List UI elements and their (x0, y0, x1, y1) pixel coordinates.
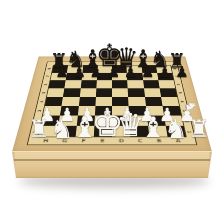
square-c2 (129, 116, 147, 126)
square-c8 (127, 65, 142, 72)
box-lid-seam (14, 159, 210, 161)
product-photo: HGFEDCBA 87654321 87654321 ♜♞♝♚♛♝♞♜♟♟♟♟♟… (0, 0, 224, 224)
square-c7 (127, 73, 143, 81)
square-b6 (143, 80, 160, 88)
file-label: B (150, 139, 170, 144)
square-f1 (75, 126, 94, 137)
rank-label: 8 (168, 67, 181, 71)
square-e5 (96, 88, 112, 97)
rank-label: 6 (38, 82, 52, 86)
square-b7 (142, 73, 158, 81)
file-label: G (55, 139, 75, 144)
rank-label: 7 (41, 74, 55, 78)
square-d7 (112, 73, 127, 81)
square-e6 (96, 80, 112, 88)
square-e3 (95, 106, 112, 116)
square-e2 (94, 116, 112, 126)
file-label: H (36, 139, 56, 144)
square-g5 (63, 88, 80, 97)
square-e1 (94, 126, 112, 137)
file-label: E (93, 139, 112, 144)
rank-label: 3 (32, 109, 47, 114)
square-e8 (97, 65, 112, 72)
square-f6 (80, 80, 96, 88)
square-g6 (65, 80, 82, 88)
square-e7 (97, 73, 112, 81)
square-g7 (66, 73, 82, 81)
rank-label: 5 (36, 90, 51, 94)
box-front (12, 151, 212, 178)
square-d4 (112, 97, 129, 106)
square-c3 (129, 106, 147, 116)
square-b1 (148, 126, 168, 137)
square-g4 (62, 97, 80, 106)
file-label: F (74, 139, 93, 144)
file-label: C (131, 139, 150, 144)
square-b3 (146, 106, 164, 116)
square-b2 (147, 116, 166, 126)
chessboard-grid (37, 65, 187, 137)
rank-label: 1 (181, 129, 198, 134)
rank-label: 8 (42, 67, 55, 71)
square-f5 (79, 88, 96, 97)
rank-label: 6 (171, 82, 185, 86)
square-g3 (60, 106, 78, 116)
square-f7 (81, 73, 97, 81)
square-f3 (77, 106, 95, 116)
rank-label: 3 (177, 109, 192, 114)
rank-label: 7 (170, 74, 184, 78)
square-d5 (112, 88, 128, 97)
square-d6 (112, 80, 128, 88)
square-c4 (128, 97, 145, 106)
square-b5 (144, 88, 161, 97)
file-label: D (112, 139, 131, 144)
square-b4 (145, 97, 163, 106)
square-d3 (112, 106, 129, 116)
rank-label: 2 (29, 118, 45, 123)
square-d2 (112, 116, 130, 126)
file-label: A (168, 139, 188, 144)
square-c6 (127, 80, 143, 88)
chessboard-plane: HGFEDCBA 87654321 87654321 (12, 57, 212, 152)
square-f8 (82, 65, 97, 72)
rank-label: 5 (173, 90, 188, 94)
rank-label: 1 (26, 129, 43, 134)
square-e4 (95, 97, 112, 106)
square-f2 (76, 116, 94, 126)
board-sheet: HGFEDCBA 87654321 87654321 (27, 62, 198, 146)
square-b8 (141, 65, 157, 72)
rank-label: 4 (34, 99, 49, 104)
square-d8 (112, 65, 127, 72)
file-labels: HGFEDCBA (36, 137, 189, 144)
square-g1 (57, 126, 77, 137)
square-g8 (67, 65, 83, 72)
square-g2 (58, 116, 77, 126)
square-d1 (112, 126, 130, 137)
square-f4 (78, 97, 95, 106)
rank-label: 2 (179, 118, 195, 123)
square-c1 (130, 126, 149, 137)
square-c5 (128, 88, 145, 97)
rank-label: 4 (175, 99, 190, 104)
